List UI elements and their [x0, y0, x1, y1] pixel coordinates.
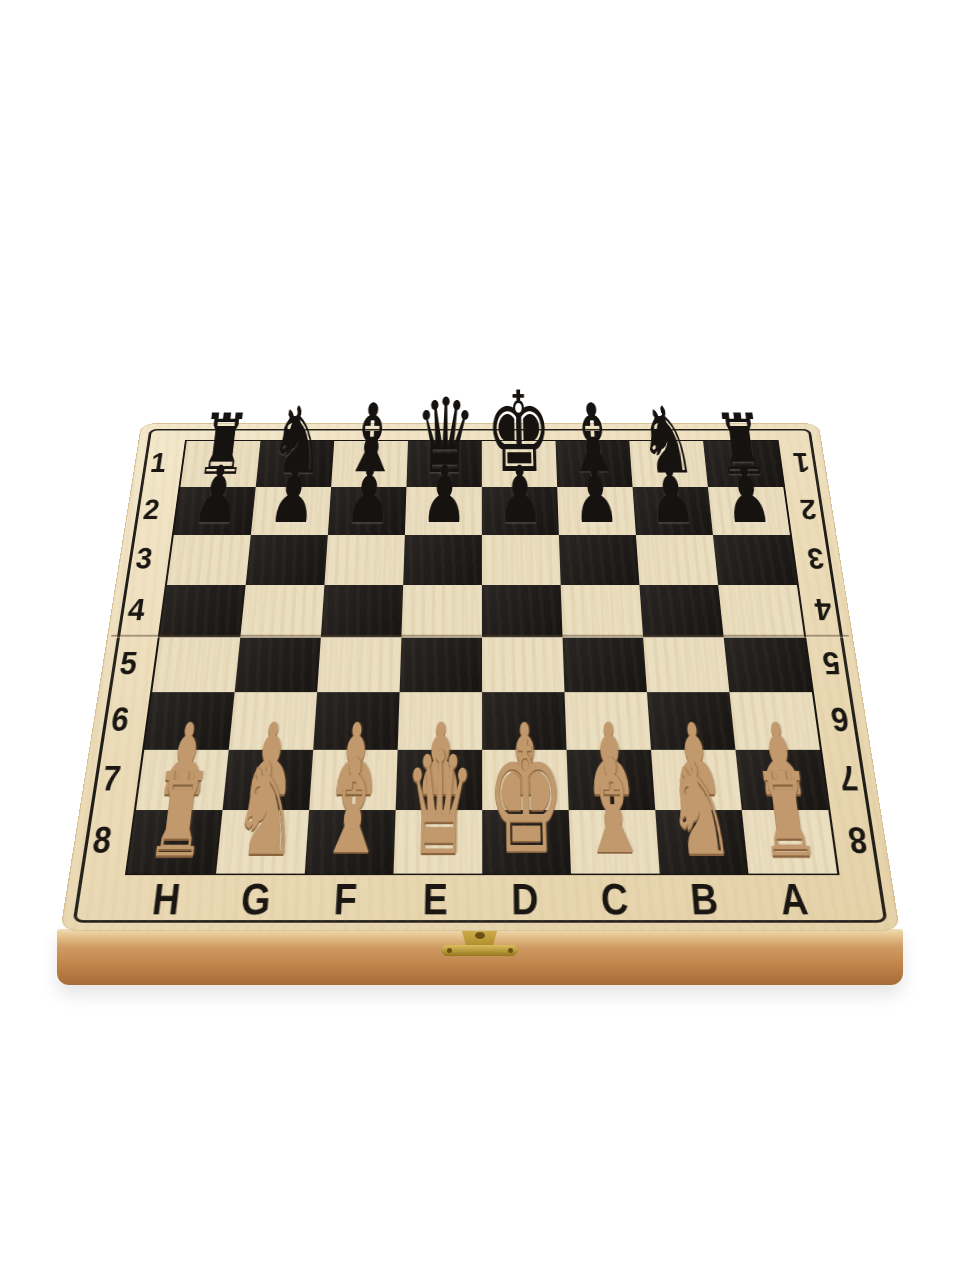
- piece-bP-f2: ♟: [343, 459, 393, 534]
- piece-wQ-e8: ♛: [400, 737, 474, 872]
- square-c3: [558, 535, 639, 585]
- fold-seam: [111, 635, 849, 638]
- square-c8: ♝: [568, 810, 659, 873]
- piece-bP-h2: ♟: [189, 459, 244, 534]
- square-e5: [399, 637, 481, 692]
- piece-wB-c8: ♝: [576, 748, 649, 872]
- square-g5: [234, 637, 320, 692]
- square-f3: [324, 535, 404, 585]
- chess-board: ♜♞♝♛♚♝♞♜♟♟♟♟♟♟♟♟♟♟♟♟♟♟♟♟♜♞♝♛♚♝♞♜: [124, 440, 839, 875]
- square-a5: [723, 637, 811, 692]
- square-a4: [718, 585, 804, 637]
- square-e3: [403, 535, 482, 585]
- piece-wN-b8: ♞: [661, 751, 736, 872]
- square-f5: [317, 637, 401, 692]
- chess-set-photo: 12345678 12345678 HGFEDCBA ♜♞♝♛♚♝♞♜♟♟♟♟♟…: [0, 0, 959, 1280]
- square-a3: [712, 535, 796, 585]
- board-scene: 12345678 12345678 HGFEDCBA ♜♞♝♛♚♝♞♜♟♟♟♟♟…: [105, 275, 855, 1025]
- piece-bP-g2: ♟: [266, 459, 318, 534]
- piece-bP-a2: ♟: [719, 459, 774, 534]
- square-b4: [639, 585, 723, 637]
- piece-bP-d2: ♟: [496, 459, 543, 534]
- square-b3: [635, 535, 717, 585]
- piece-wN-g8: ♞: [227, 751, 302, 872]
- square-c5: [562, 637, 646, 692]
- square-d4: [481, 585, 562, 637]
- square-g4: [240, 585, 324, 637]
- square-a2: ♟: [707, 487, 789, 535]
- square-d8: ♚: [482, 810, 571, 873]
- square-b5: [643, 637, 729, 692]
- board-3d-tilt: 12345678 12345678 HGFEDCBA ♜♞♝♛♚♝♞♜♟♟♟♟♟…: [59, 423, 899, 931]
- square-g8: ♞: [215, 810, 308, 873]
- square-e4: [401, 585, 482, 637]
- piece-bP-b2: ♟: [645, 459, 697, 534]
- piece-wB-f8: ♝: [315, 748, 388, 872]
- square-c4: [560, 585, 642, 637]
- square-g3: [245, 535, 327, 585]
- piece-wK-d8: ♚: [485, 726, 566, 872]
- square-h4: [159, 585, 245, 637]
- square-h5: [152, 637, 240, 692]
- square-e8: ♛: [393, 810, 482, 873]
- square-f8: ♝: [304, 810, 395, 873]
- square-d3: [481, 535, 560, 585]
- square-d5: [481, 637, 564, 692]
- piece-bP-c2: ♟: [570, 459, 620, 534]
- piece-bP-e2: ♟: [420, 459, 467, 534]
- board-frame: 12345678 12345678 HGFEDCBA ♜♞♝♛♚♝♞♜♟♟♟♟♟…: [59, 423, 899, 931]
- square-f4: [320, 585, 402, 637]
- square-h3: [166, 535, 250, 585]
